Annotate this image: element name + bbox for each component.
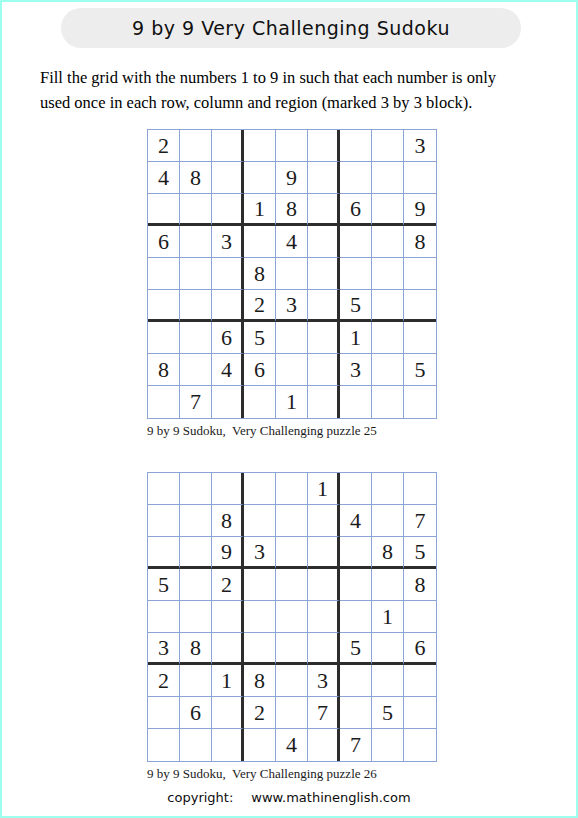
- sudoku-cell-r3c8: [372, 194, 404, 226]
- sudoku-cell-r3c1: [148, 194, 180, 226]
- sudoku-cell-r2c8: [372, 505, 404, 537]
- sudoku-cell-r3c6: [308, 194, 340, 226]
- sudoku-cell-r5c9: [404, 601, 436, 633]
- sudoku-puzzle-26: 18479385528138562183627547 9 by 9 Sudoku…: [147, 472, 437, 782]
- sudoku-cell-r2c3: [212, 162, 244, 194]
- sudoku-cell-r3c5: [276, 537, 308, 569]
- sudoku-cell-r4c7: [340, 226, 372, 258]
- sudoku-cell-r3c7: [340, 537, 372, 569]
- sudoku-cell-r8c3: 4: [212, 354, 244, 386]
- instructions-line2: used once in each row, column and region…: [40, 90, 562, 115]
- worksheet-page: { "game": "sudoku", "position": [ "2....…: [0, 0, 578, 818]
- sudoku-cell-r5c6: [308, 601, 340, 633]
- sudoku-cell-r3c9: 5: [404, 537, 436, 569]
- sudoku-cell-r8c4: 2: [244, 697, 276, 729]
- sudoku-cell-r2c4: [244, 162, 276, 194]
- sudoku-cell-r9c7: [340, 386, 372, 418]
- sudoku-cell-r6c7: 5: [340, 290, 372, 322]
- sudoku-cell-r5c3: [212, 258, 244, 290]
- sudoku-cell-r2c6: [308, 505, 340, 537]
- sudoku-cell-r4c7: [340, 569, 372, 601]
- sudoku-cell-r3c5: 8: [276, 194, 308, 226]
- sudoku-cell-r3c2: [180, 194, 212, 226]
- sudoku-cell-r8c8: 5: [372, 697, 404, 729]
- sudoku-cell-r2c2: 8: [180, 162, 212, 194]
- sudoku-cell-r8c7: 3: [340, 354, 372, 386]
- sudoku-cell-r6c4: 2: [244, 290, 276, 322]
- sudoku-cell-r7c6: [308, 322, 340, 354]
- sudoku-cell-r6c6: [308, 633, 340, 665]
- puzzle-25-caption: 9 by 9 Sudoku, Very Challenging puzzle 2…: [147, 423, 437, 439]
- sudoku-cell-r3c7: 6: [340, 194, 372, 226]
- sudoku-cell-r7c1: [148, 322, 180, 354]
- sudoku-cell-r8c7: [340, 697, 372, 729]
- sudoku-cell-r3c3: [212, 194, 244, 226]
- sudoku-cell-r6c3: [212, 290, 244, 322]
- sudoku-cell-r1c5: [276, 473, 308, 505]
- sudoku-cell-r1c9: 3: [404, 130, 436, 162]
- sudoku-cell-r9c6: [308, 386, 340, 418]
- sudoku-cell-r9c9: [404, 386, 436, 418]
- page-title: 9 by 9 Very Challenging Sudoku: [61, 8, 521, 48]
- sudoku-cell-r2c8: [372, 162, 404, 194]
- sudoku-cell-r9c3: [212, 729, 244, 761]
- sudoku-cell-r6c8: [372, 633, 404, 665]
- sudoku-cell-r9c6: [308, 729, 340, 761]
- sudoku-cell-r6c5: 3: [276, 290, 308, 322]
- sudoku-cell-r6c2: [180, 290, 212, 322]
- sudoku-cell-r9c8: [372, 729, 404, 761]
- sudoku-cell-r8c1: 8: [148, 354, 180, 386]
- sudoku-cell-r7c4: 5: [244, 322, 276, 354]
- sudoku-cell-r4c3: 3: [212, 226, 244, 258]
- sudoku-cell-r7c2: [180, 322, 212, 354]
- sudoku-cell-r1c2: [180, 130, 212, 162]
- sudoku-cell-r8c9: [404, 697, 436, 729]
- sudoku-cell-r5c8: 1: [372, 601, 404, 633]
- sudoku-cell-r4c3: 2: [212, 569, 244, 601]
- sudoku-cell-r5c9: [404, 258, 436, 290]
- sudoku-cell-r7c6: 3: [308, 665, 340, 697]
- copyright-label: copyright:: [167, 790, 233, 805]
- sudoku-cell-r5c5: [276, 258, 308, 290]
- sudoku-cell-r7c7: 1: [340, 322, 372, 354]
- sudoku-cell-r8c4: 6: [244, 354, 276, 386]
- sudoku-cell-r8c5: [276, 354, 308, 386]
- sudoku-cell-r4c5: [276, 569, 308, 601]
- sudoku-cell-r5c2: [180, 601, 212, 633]
- sudoku-cell-r9c3: [212, 386, 244, 418]
- sudoku-cell-r1c6: 1: [308, 473, 340, 505]
- sudoku-cell-r4c4: [244, 569, 276, 601]
- sudoku-cell-r6c7: 5: [340, 633, 372, 665]
- sudoku-cell-r4c8: [372, 226, 404, 258]
- sudoku-cell-r9c2: [180, 729, 212, 761]
- instructions: Fill the grid with the numbers 1 to 9 in…: [40, 65, 562, 115]
- sudoku-cell-r3c4: 3: [244, 537, 276, 569]
- page-title-text: 9 by 9 Very Challenging Sudoku: [132, 17, 450, 39]
- sudoku-cell-r8c3: [212, 697, 244, 729]
- sudoku-cell-r7c9: [404, 322, 436, 354]
- sudoku-cell-r9c4: [244, 386, 276, 418]
- sudoku-cell-r9c9: [404, 729, 436, 761]
- sudoku-cell-r2c3: 8: [212, 505, 244, 537]
- sudoku-cell-r5c7: [340, 258, 372, 290]
- sudoku-cell-r1c4: [244, 473, 276, 505]
- sudoku-cell-r1c3: [212, 130, 244, 162]
- sudoku-cell-r7c8: [372, 665, 404, 697]
- sudoku-cell-r4c2: [180, 226, 212, 258]
- sudoku-cell-r1c8: [372, 130, 404, 162]
- sudoku-cell-r8c6: [308, 354, 340, 386]
- sudoku-cell-r7c9: [404, 665, 436, 697]
- sudoku-cell-r2c1: [148, 505, 180, 537]
- sudoku-grid-26: 18479385528138562183627547: [147, 472, 437, 762]
- instructions-line1: Fill the grid with the numbers 1 to 9 in…: [40, 65, 562, 90]
- sudoku-cell-r8c5: [276, 697, 308, 729]
- sudoku-cell-r5c4: 8: [244, 258, 276, 290]
- sudoku-cell-r7c4: 8: [244, 665, 276, 697]
- sudoku-cell-r1c7: [340, 130, 372, 162]
- sudoku-cell-r9c1: [148, 386, 180, 418]
- sudoku-cell-r4c9: 8: [404, 569, 436, 601]
- sudoku-cell-r5c3: [212, 601, 244, 633]
- sudoku-cell-r5c2: [180, 258, 212, 290]
- sudoku-cell-r7c1: 2: [148, 665, 180, 697]
- sudoku-cell-r2c5: [276, 505, 308, 537]
- sudoku-cell-r3c6: [308, 537, 340, 569]
- sudoku-cell-r8c8: [372, 354, 404, 386]
- sudoku-cell-r4c1: 5: [148, 569, 180, 601]
- sudoku-cell-r6c4: [244, 633, 276, 665]
- sudoku-cell-r8c6: 7: [308, 697, 340, 729]
- sudoku-puzzle-25: 234891869634882356518463571 9 by 9 Sudok…: [147, 129, 437, 439]
- sudoku-cell-r6c1: [148, 290, 180, 322]
- sudoku-grid-25: 234891869634882356518463571: [147, 129, 437, 419]
- sudoku-cell-r2c1: 4: [148, 162, 180, 194]
- sudoku-cell-r7c3: 6: [212, 322, 244, 354]
- sudoku-cell-r2c7: 4: [340, 505, 372, 537]
- sudoku-cell-r1c2: [180, 473, 212, 505]
- sudoku-cell-r5c7: [340, 601, 372, 633]
- sudoku-cell-r1c3: [212, 473, 244, 505]
- sudoku-cell-r2c6: [308, 162, 340, 194]
- sudoku-cell-r7c5: [276, 322, 308, 354]
- sudoku-cell-r8c2: 6: [180, 697, 212, 729]
- sudoku-cell-r2c2: [180, 505, 212, 537]
- sudoku-cell-r4c9: 8: [404, 226, 436, 258]
- sudoku-cell-r3c8: 8: [372, 537, 404, 569]
- sudoku-cell-r2c5: 9: [276, 162, 308, 194]
- sudoku-cell-r4c1: 6: [148, 226, 180, 258]
- sudoku-cell-r1c1: [148, 473, 180, 505]
- sudoku-cell-r8c9: 5: [404, 354, 436, 386]
- sudoku-cell-r7c7: [340, 665, 372, 697]
- puzzle-26-caption: 9 by 9 Sudoku, Very Challenging puzzle 2…: [147, 766, 437, 782]
- sudoku-cell-r2c9: 7: [404, 505, 436, 537]
- sudoku-cell-r5c1: [148, 601, 180, 633]
- sudoku-cell-r9c7: 7: [340, 729, 372, 761]
- sudoku-cell-r6c9: 6: [404, 633, 436, 665]
- sudoku-cell-r2c4: [244, 505, 276, 537]
- sudoku-cell-r7c2: [180, 665, 212, 697]
- sudoku-cell-r6c6: [308, 290, 340, 322]
- sudoku-cell-r6c9: [404, 290, 436, 322]
- sudoku-cell-r1c4: [244, 130, 276, 162]
- sudoku-cell-r1c5: [276, 130, 308, 162]
- sudoku-cell-r3c4: 1: [244, 194, 276, 226]
- sudoku-cell-r6c3: [212, 633, 244, 665]
- sudoku-cell-r5c5: [276, 601, 308, 633]
- sudoku-cell-r7c5: [276, 665, 308, 697]
- sudoku-cell-r4c6: [308, 569, 340, 601]
- sudoku-cell-r4c5: 4: [276, 226, 308, 258]
- sudoku-cell-r6c5: [276, 633, 308, 665]
- sudoku-cell-r2c9: [404, 162, 436, 194]
- sudoku-cell-r3c2: [180, 537, 212, 569]
- sudoku-cell-r9c5: 4: [276, 729, 308, 761]
- sudoku-cell-r3c1: [148, 537, 180, 569]
- sudoku-cell-r1c7: [340, 473, 372, 505]
- sudoku-cell-r9c1: [148, 729, 180, 761]
- sudoku-cell-r5c6: [308, 258, 340, 290]
- sudoku-cell-r9c8: [372, 386, 404, 418]
- sudoku-cell-r8c1: [148, 697, 180, 729]
- sudoku-cell-r3c9: 9: [404, 194, 436, 226]
- sudoku-cell-r5c1: [148, 258, 180, 290]
- sudoku-cell-r1c6: [308, 130, 340, 162]
- sudoku-cell-r4c8: [372, 569, 404, 601]
- sudoku-cell-r5c4: [244, 601, 276, 633]
- sudoku-cell-r6c8: [372, 290, 404, 322]
- copyright-url: www.mathinenglish.com: [251, 790, 410, 805]
- sudoku-cell-r7c8: [372, 322, 404, 354]
- sudoku-cell-r5c8: [372, 258, 404, 290]
- sudoku-cell-r9c4: [244, 729, 276, 761]
- sudoku-cell-r2c7: [340, 162, 372, 194]
- sudoku-cell-r6c2: 8: [180, 633, 212, 665]
- sudoku-cell-r1c9: [404, 473, 436, 505]
- sudoku-cell-r1c1: 2: [148, 130, 180, 162]
- sudoku-cell-r3c3: 9: [212, 537, 244, 569]
- sudoku-cell-r4c6: [308, 226, 340, 258]
- sudoku-cell-r8c2: [180, 354, 212, 386]
- sudoku-cell-r4c2: [180, 569, 212, 601]
- sudoku-cell-r9c5: 1: [276, 386, 308, 418]
- sudoku-cell-r4c4: [244, 226, 276, 258]
- sudoku-cell-r6c1: 3: [148, 633, 180, 665]
- sudoku-cell-r1c8: [372, 473, 404, 505]
- sudoku-cell-r9c2: 7: [180, 386, 212, 418]
- sudoku-cell-r7c3: 1: [212, 665, 244, 697]
- footer: copyright: www.mathinenglish.com: [2, 790, 576, 805]
